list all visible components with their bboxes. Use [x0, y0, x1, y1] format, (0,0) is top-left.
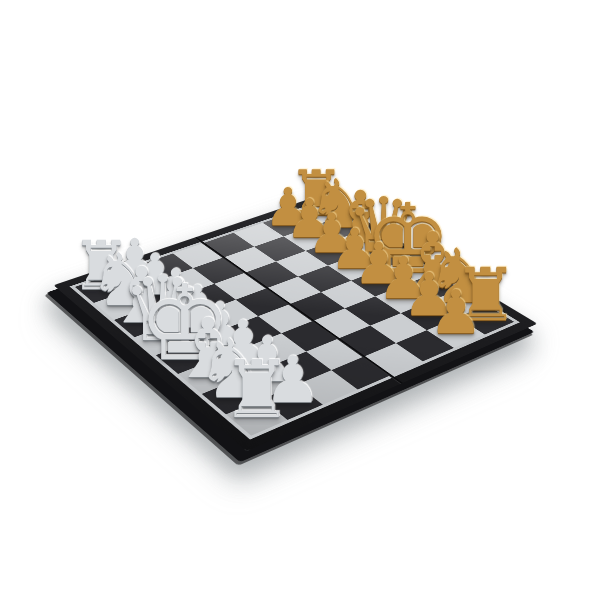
chess-piece-gold-p[interactable]: ♟	[429, 282, 483, 342]
chess-piece-silver-r[interactable]: ♜	[221, 351, 292, 430]
scene: ♜♞♝♛♚♝♞♜♟♟♟♟♟♟♟♟♟♟♟♟♟♟♟♟♜♞♝♛♚♝♞♜	[0, 0, 600, 600]
